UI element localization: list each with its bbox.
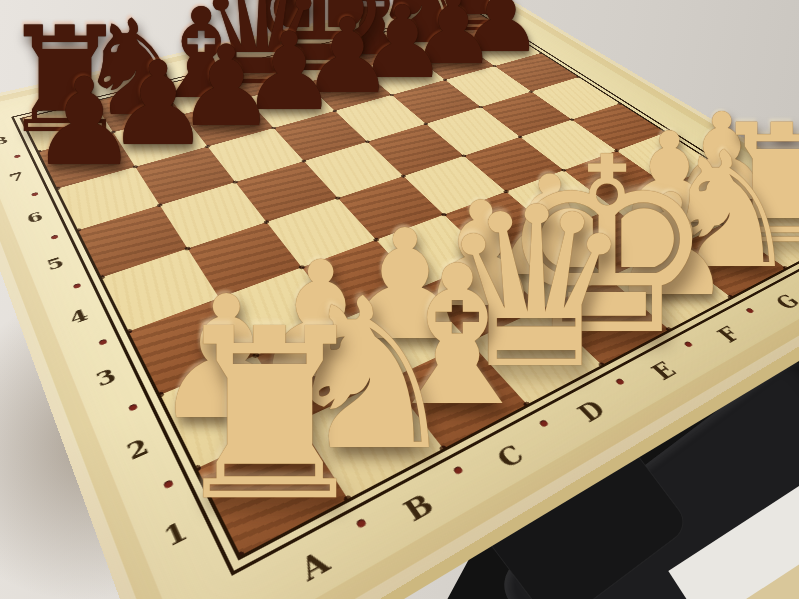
scene: ABCDEFGH12345678 ♜♞♝♛♚♝♞♜♟♟♟♟♟♟♟♟♟♟♟♟♟♟♟… [0, 0, 799, 599]
pieces-layer: ♜♞♝♛♚♝♞♜♟♟♟♟♟♟♟♟♟♟♟♟♟♟♟♜♞♝♛♚♟♞♜ [0, 0, 799, 599]
piece-black-pawn-a7[interactable]: ♟ [24, 62, 145, 183]
piece-white-rook-a1[interactable]: ♜ [152, 298, 388, 534]
